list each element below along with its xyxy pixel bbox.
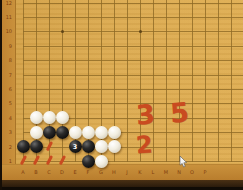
- star-point: [61, 30, 64, 33]
- row-label: 10: [2, 28, 12, 34]
- column-label: N: [175, 169, 183, 175]
- board-front-edge: [0, 180, 243, 187]
- grid-line-horizontal: [23, 60, 243, 61]
- liberty-count-number: 2: [135, 130, 154, 159]
- black-stone: [56, 126, 69, 139]
- liberty-count-number: 3: [135, 98, 156, 130]
- liberty-count-number: 5: [169, 96, 190, 128]
- column-label: F: [84, 169, 92, 175]
- white-stone: [30, 126, 43, 139]
- grid-line-vertical: [205, 0, 206, 162]
- row-label: 2: [2, 144, 12, 150]
- grid-line-horizontal: [23, 103, 243, 104]
- column-label: H: [110, 169, 118, 175]
- column-label: O: [188, 169, 196, 175]
- stone-move-number: 3: [69, 140, 82, 153]
- white-stone: [30, 111, 43, 124]
- grid-line-vertical: [179, 0, 180, 162]
- mouse-cursor-icon: [179, 156, 188, 168]
- black-stone: [30, 140, 43, 153]
- white-stone: [69, 126, 82, 139]
- grid-line-horizontal: [23, 75, 243, 76]
- black-stone: [17, 140, 30, 153]
- white-stone: [95, 126, 108, 139]
- grid-line-vertical: [166, 0, 167, 162]
- grid-line-vertical: [127, 0, 128, 162]
- column-label: P: [201, 169, 209, 175]
- row-label: 6: [2, 86, 12, 92]
- column-label: K: [136, 169, 144, 175]
- star-point: [139, 30, 142, 33]
- column-label: J: [123, 169, 131, 175]
- column-label: M: [162, 169, 170, 175]
- white-stone: [108, 126, 121, 139]
- black-stone: [82, 155, 95, 168]
- black-stone: 3: [69, 140, 82, 153]
- grid-line-horizontal: [23, 161, 243, 162]
- column-label: G: [97, 169, 105, 175]
- row-label: 4: [2, 115, 12, 121]
- row-label: 1: [2, 158, 12, 164]
- row-label: 7: [2, 72, 12, 78]
- column-label: D: [58, 169, 66, 175]
- row-label: 5: [2, 100, 12, 106]
- go-board-screenshot: 3 352 ABCDEFGHJKLMNOP121110987654321: [0, 0, 243, 190]
- board-front-edge-shadow: [0, 187, 243, 190]
- column-label: L: [149, 169, 157, 175]
- row-label: 12: [2, 0, 12, 6]
- grid-line-horizontal: [23, 46, 243, 47]
- grid-line-horizontal: [23, 147, 243, 148]
- grid-line-horizontal: [23, 89, 243, 90]
- white-stone: [108, 140, 121, 153]
- grid-line-vertical: [153, 0, 154, 162]
- column-label: A: [19, 169, 27, 175]
- black-stone: [43, 126, 56, 139]
- grid-line-vertical: [23, 0, 24, 162]
- row-label: 11: [2, 14, 12, 20]
- column-label: B: [32, 169, 40, 175]
- column-label: E: [71, 169, 79, 175]
- black-stone: [82, 140, 95, 153]
- white-stone: [56, 111, 69, 124]
- row-label: 3: [2, 129, 12, 135]
- white-stone: [95, 155, 108, 168]
- grid-line-horizontal: [23, 3, 243, 4]
- white-stone: [95, 140, 108, 153]
- grid-line-horizontal: [23, 17, 243, 18]
- grid-line-horizontal: [23, 31, 243, 32]
- white-stone: [82, 126, 95, 139]
- grid-line-vertical: [231, 0, 232, 162]
- row-label: 8: [2, 57, 12, 63]
- white-stone: [43, 111, 56, 124]
- grid-line-vertical: [192, 0, 193, 162]
- column-label: C: [45, 169, 53, 175]
- row-label: 9: [2, 43, 12, 49]
- grid-line-vertical: [218, 0, 219, 162]
